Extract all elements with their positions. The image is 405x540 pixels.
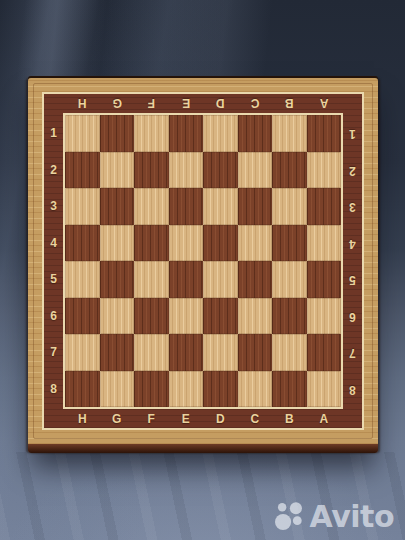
rank-label-4: 4 [44, 225, 63, 262]
file-label-g: G [100, 409, 135, 428]
rank-label-8: 8 [343, 371, 362, 408]
rank-label-6: 6 [343, 298, 362, 335]
file-label-e: E [169, 94, 204, 113]
square-c8 [238, 371, 273, 408]
square-e6 [169, 298, 204, 335]
file-labels-top: HGFEDCBA [65, 94, 341, 113]
rank-label-7: 7 [44, 334, 63, 371]
file-label-a: A [307, 409, 342, 428]
coordinate-band: HGFEDCBA HGFEDCBA 12345678 12345678 [42, 92, 364, 430]
square-g5 [100, 261, 135, 298]
square-a6 [307, 298, 342, 335]
square-a4 [307, 225, 342, 262]
square-b5 [272, 261, 307, 298]
rank-label-2: 2 [343, 152, 362, 189]
square-f8 [134, 371, 169, 408]
file-label-e: E [169, 409, 204, 428]
square-f1 [134, 115, 169, 152]
watermark-text: Avito [310, 502, 394, 532]
square-d8 [203, 371, 238, 408]
rank-labels-left: 12345678 [44, 115, 63, 407]
file-label-f: F [134, 409, 169, 428]
fabric-fold-highlight [0, 0, 405, 80]
file-label-a: A [307, 94, 342, 113]
square-d3 [203, 188, 238, 225]
file-label-d: D [203, 409, 238, 428]
square-d5 [203, 261, 238, 298]
file-labels-bottom: HGFEDCBA [65, 409, 341, 428]
square-h5 [65, 261, 100, 298]
square-d1 [203, 115, 238, 152]
square-g1 [100, 115, 135, 152]
square-e5 [169, 261, 204, 298]
square-f2 [134, 152, 169, 189]
square-d7 [203, 334, 238, 371]
square-d2 [203, 152, 238, 189]
square-c3 [238, 188, 273, 225]
square-b3 [272, 188, 307, 225]
square-e7 [169, 334, 204, 371]
square-h6 [65, 298, 100, 335]
file-label-b: B [272, 409, 307, 428]
square-b8 [272, 371, 307, 408]
square-c2 [238, 152, 273, 189]
square-a3 [307, 188, 342, 225]
rank-label-8: 8 [44, 371, 63, 408]
square-g2 [100, 152, 135, 189]
square-g6 [100, 298, 135, 335]
rank-label-3: 3 [343, 188, 362, 225]
rank-label-1: 1 [44, 115, 63, 152]
square-h4 [65, 225, 100, 262]
square-h7 [65, 334, 100, 371]
file-label-b: B [272, 94, 307, 113]
square-g8 [100, 371, 135, 408]
square-c6 [238, 298, 273, 335]
square-b4 [272, 225, 307, 262]
file-label-h: H [65, 94, 100, 113]
square-h3 [65, 188, 100, 225]
rank-label-5: 5 [343, 261, 362, 298]
file-label-c: C [238, 409, 273, 428]
file-label-d: D [203, 94, 238, 113]
avito-watermark: Avito [273, 500, 394, 533]
square-g3 [100, 188, 135, 225]
square-g4 [100, 225, 135, 262]
square-h2 [65, 152, 100, 189]
square-e3 [169, 188, 204, 225]
square-e1 [169, 115, 204, 152]
square-c5 [238, 261, 273, 298]
square-b7 [272, 334, 307, 371]
square-a5 [307, 261, 342, 298]
square-b6 [272, 298, 307, 335]
playing-field [63, 113, 343, 409]
square-a7 [307, 334, 342, 371]
square-e4 [169, 225, 204, 262]
square-h1 [65, 115, 100, 152]
square-b1 [272, 115, 307, 152]
photo-background: HGFEDCBA HGFEDCBA 12345678 12345678 Avit… [0, 0, 405, 540]
square-a2 [307, 152, 342, 189]
square-f4 [134, 225, 169, 262]
rank-label-1: 1 [343, 115, 362, 152]
square-h8 [65, 371, 100, 408]
rank-label-3: 3 [44, 188, 63, 225]
square-c1 [238, 115, 273, 152]
avito-logo-icon [273, 500, 306, 533]
square-a8 [307, 371, 342, 408]
board-frame: HGFEDCBA HGFEDCBA 12345678 12345678 [28, 78, 378, 444]
square-f5 [134, 261, 169, 298]
square-g7 [100, 334, 135, 371]
rank-label-6: 6 [44, 298, 63, 335]
board-side-edge [28, 444, 378, 453]
square-c4 [238, 225, 273, 262]
square-f3 [134, 188, 169, 225]
chess-board: HGFEDCBA HGFEDCBA 12345678 12345678 [28, 78, 378, 453]
rank-label-5: 5 [44, 261, 63, 298]
rank-label-7: 7 [343, 334, 362, 371]
square-c7 [238, 334, 273, 371]
square-e2 [169, 152, 204, 189]
square-d4 [203, 225, 238, 262]
square-b2 [272, 152, 307, 189]
square-a1 [307, 115, 342, 152]
square-f6 [134, 298, 169, 335]
file-label-c: C [238, 94, 273, 113]
square-f7 [134, 334, 169, 371]
rank-labels-right: 12345678 [343, 115, 362, 407]
file-label-g: G [100, 94, 135, 113]
file-label-h: H [65, 409, 100, 428]
rank-label-4: 4 [343, 225, 362, 262]
square-d6 [203, 298, 238, 335]
file-label-f: F [134, 94, 169, 113]
rank-label-2: 2 [44, 152, 63, 189]
square-e8 [169, 371, 204, 408]
